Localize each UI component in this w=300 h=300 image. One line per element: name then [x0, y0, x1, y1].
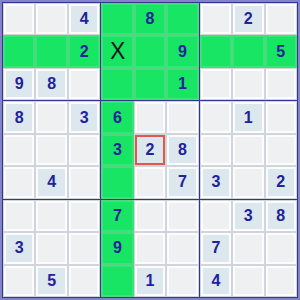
cell-r7c2[interactable] [35, 200, 67, 232]
cell-r6c8[interactable] [232, 166, 264, 198]
cell-r5c9[interactable] [265, 134, 297, 166]
cell-r6c1[interactable] [3, 166, 35, 198]
cell-r2c1[interactable] [3, 35, 35, 67]
cell-r3c7[interactable] [200, 68, 232, 100]
cell-r2c3[interactable]: 2 [68, 35, 100, 67]
cell-r3c9[interactable] [265, 68, 297, 100]
selected-cell-marker[interactable]: X [101, 35, 133, 67]
cell-r7c9[interactable]: 8 [265, 200, 297, 232]
cell-r4c2[interactable] [35, 101, 67, 133]
cell-r2c9[interactable]: 5 [265, 35, 297, 67]
cell-r4c7[interactable] [200, 101, 232, 133]
cell-r9c9[interactable] [265, 265, 297, 297]
cell-r5c3[interactable] [68, 134, 100, 166]
cell-r1c9[interactable] [265, 3, 297, 35]
cell-r6c3[interactable] [68, 166, 100, 198]
cell-r2c6[interactable]: 9 [166, 35, 198, 67]
cell-r8c9[interactable] [265, 232, 297, 264]
cell-r5c5[interactable]: 2 [134, 134, 166, 166]
cell-r9c3[interactable] [68, 265, 100, 297]
cell-r3c1[interactable]: 9 [3, 68, 35, 100]
cell-r7c6[interactable] [166, 200, 198, 232]
sudoku-board-frame: 42988X912583463287132357913874 [0, 0, 300, 300]
box-r2c2: 63287 [101, 101, 198, 198]
cell-r5c1[interactable] [3, 134, 35, 166]
cell-r6c5[interactable] [134, 166, 166, 198]
box-r2c3: 132 [200, 101, 297, 198]
cell-r4c3[interactable]: 3 [68, 101, 100, 133]
cell-r8c2[interactable] [35, 232, 67, 264]
cell-r1c1[interactable] [3, 3, 35, 35]
cell-r8c6[interactable] [166, 232, 198, 264]
cell-r3c8[interactable] [232, 68, 264, 100]
cell-r2c7[interactable] [200, 35, 232, 67]
cell-r8c8[interactable] [232, 232, 264, 264]
box-r3c3: 3874 [200, 200, 297, 297]
cell-r8c3[interactable] [68, 232, 100, 264]
cell-r6c2[interactable]: 4 [35, 166, 67, 198]
cell-r5c2[interactable] [35, 134, 67, 166]
cell-r4c9[interactable] [265, 101, 297, 133]
cell-r7c8[interactable]: 3 [232, 200, 264, 232]
cell-r4c6[interactable] [166, 101, 198, 133]
box-r1c3: 25 [200, 3, 297, 100]
cell-r5c6[interactable]: 8 [166, 134, 198, 166]
cell-r6c9[interactable]: 2 [265, 166, 297, 198]
cell-r8c4[interactable]: 9 [101, 232, 133, 264]
cell-r2c8[interactable] [232, 35, 264, 67]
cell-r7c3[interactable] [68, 200, 100, 232]
cell-r7c4[interactable]: 7 [101, 200, 133, 232]
cell-r3c4[interactable] [101, 68, 133, 100]
cell-r8c5[interactable] [134, 232, 166, 264]
cell-r1c3[interactable]: 4 [68, 3, 100, 35]
cell-r7c5[interactable] [134, 200, 166, 232]
box-r1c1: 4298 [3, 3, 100, 100]
box-r1c2: 8X91 [101, 3, 198, 100]
cell-r4c1[interactable]: 8 [3, 101, 35, 133]
cell-r5c8[interactable] [232, 134, 264, 166]
box-r3c2: 791 [101, 200, 198, 297]
cell-r5c7[interactable] [200, 134, 232, 166]
cell-r9c5[interactable]: 1 [134, 265, 166, 297]
cell-r3c2[interactable]: 8 [35, 68, 67, 100]
cell-r1c4[interactable] [101, 3, 133, 35]
cell-r3c6[interactable]: 1 [166, 68, 198, 100]
cell-r8c7[interactable]: 7 [200, 232, 232, 264]
cell-r1c6[interactable] [166, 3, 198, 35]
cell-r1c2[interactable] [35, 3, 67, 35]
cell-r1c5[interactable]: 8 [134, 3, 166, 35]
cell-r9c4[interactable] [101, 265, 133, 297]
cell-r8c1[interactable]: 3 [3, 232, 35, 264]
cell-r6c7[interactable]: 3 [200, 166, 232, 198]
cell-r4c5[interactable] [134, 101, 166, 133]
cell-r7c7[interactable] [200, 200, 232, 232]
cell-r3c5[interactable] [134, 68, 166, 100]
cell-r2c5[interactable] [134, 35, 166, 67]
cell-r6c4[interactable] [101, 166, 133, 198]
cell-r4c4[interactable]: 6 [101, 101, 133, 133]
cell-r2c2[interactable] [35, 35, 67, 67]
box-r2c1: 834 [3, 101, 100, 198]
cell-r4c8[interactable]: 1 [232, 101, 264, 133]
cell-r1c7[interactable] [200, 3, 232, 35]
cell-r6c6[interactable]: 7 [166, 166, 198, 198]
box-r3c1: 35 [3, 200, 100, 297]
cell-r9c2[interactable]: 5 [35, 265, 67, 297]
sudoku-board: 42988X912583463287132357913874 [2, 2, 298, 298]
cell-r9c1[interactable] [3, 265, 35, 297]
cell-r5c4[interactable]: 3 [101, 134, 133, 166]
cell-r7c1[interactable] [3, 200, 35, 232]
cell-r9c8[interactable] [232, 265, 264, 297]
cell-r9c7[interactable]: 4 [200, 265, 232, 297]
cell-r3c3[interactable] [68, 68, 100, 100]
cell-r9c6[interactable] [166, 265, 198, 297]
cell-r1c8[interactable]: 2 [232, 3, 264, 35]
